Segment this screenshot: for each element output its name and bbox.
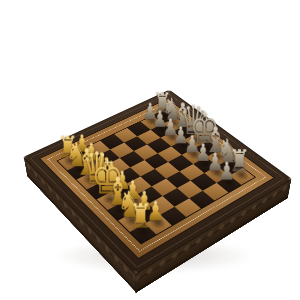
- chess-case: ♜♞♝♛♚♝♞♜♟♟♟♟♟♟♟♟♟♟♟♟♟♟♟♟♜♞♝♛♚♝♞♜: [24, 91, 291, 274]
- piece-glyph: ♜: [122, 200, 158, 233]
- chess-set-photo: ♜♞♝♛♚♝♞♜♟♟♟♟♟♟♟♟♟♟♟♟♟♟♟♟♜♞♝♛♚♝♞♜: [0, 0, 300, 300]
- piece-glyph: ♟: [210, 159, 244, 184]
